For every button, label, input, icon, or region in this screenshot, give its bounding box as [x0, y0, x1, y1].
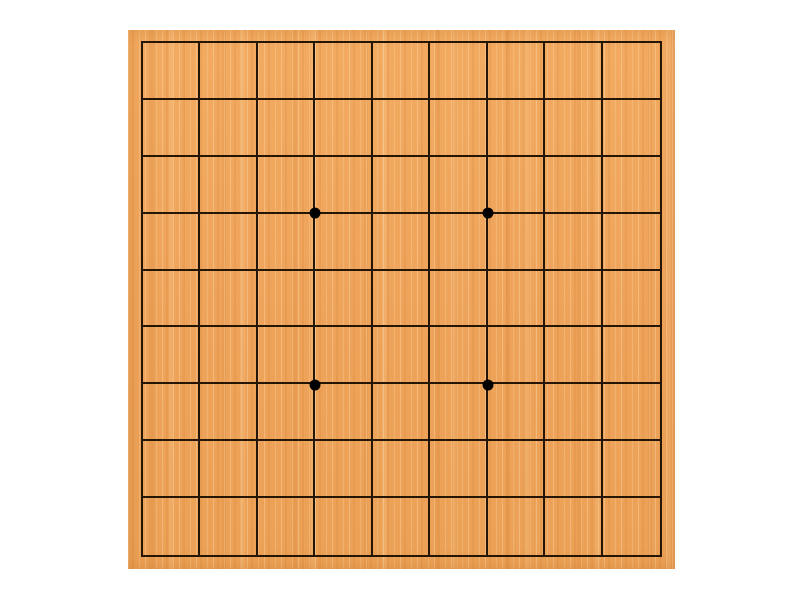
board-cell-r1c1[interactable]	[143, 43, 200, 100]
board-cell-r2c3[interactable]	[258, 100, 315, 157]
board-cell-r3c3[interactable]	[258, 157, 315, 214]
board-cell-r7c6[interactable]	[430, 384, 487, 441]
board-cell-r1c6[interactable]	[430, 43, 487, 100]
board-cell-r6c6[interactable]	[430, 327, 487, 384]
board-cell-r6c1[interactable]	[143, 327, 200, 384]
board-cell-r1c2[interactable]	[200, 43, 257, 100]
board-cell-r5c2[interactable]	[200, 271, 257, 328]
board-cell-r8c3[interactable]	[258, 441, 315, 498]
board-cell-r1c8[interactable]	[545, 43, 602, 100]
board-cell-r4c5[interactable]	[373, 214, 430, 271]
board-cell-r7c1[interactable]	[143, 384, 200, 441]
board-cell-r9c2[interactable]	[200, 498, 257, 555]
board-cell-r2c4[interactable]	[315, 100, 372, 157]
board-cell-r2c9[interactable]	[603, 100, 660, 157]
board-cell-r3c7[interactable]	[488, 157, 545, 214]
board-cell-r8c2[interactable]	[200, 441, 257, 498]
board-cell-r8c9[interactable]	[603, 441, 660, 498]
go-board	[128, 30, 675, 569]
board-cell-r1c7[interactable]	[488, 43, 545, 100]
board-cell-r3c1[interactable]	[143, 157, 200, 214]
board-cell-r7c8[interactable]	[545, 384, 602, 441]
board-cell-r6c7[interactable]	[488, 327, 545, 384]
board-cell-r7c4[interactable]	[315, 384, 372, 441]
board-cell-r1c5[interactable]	[373, 43, 430, 100]
board-cell-r4c3[interactable]	[258, 214, 315, 271]
board-cell-r5c7[interactable]	[488, 271, 545, 328]
board-cell-r2c7[interactable]	[488, 100, 545, 157]
board-cell-r4c6[interactable]	[430, 214, 487, 271]
board-cell-r4c1[interactable]	[143, 214, 200, 271]
board-cell-r7c3[interactable]	[258, 384, 315, 441]
board-cell-r6c3[interactable]	[258, 327, 315, 384]
board-cell-r4c8[interactable]	[545, 214, 602, 271]
board-cell-r8c6[interactable]	[430, 441, 487, 498]
board-cell-r9c1[interactable]	[143, 498, 200, 555]
board-cell-r2c2[interactable]	[200, 100, 257, 157]
board-cell-r3c8[interactable]	[545, 157, 602, 214]
board-cell-r8c8[interactable]	[545, 441, 602, 498]
board-cell-r5c4[interactable]	[315, 271, 372, 328]
board-cell-r5c3[interactable]	[258, 271, 315, 328]
board-cell-r1c9[interactable]	[603, 43, 660, 100]
board-cell-r2c8[interactable]	[545, 100, 602, 157]
board-cell-r6c9[interactable]	[603, 327, 660, 384]
board-grid	[141, 41, 662, 557]
board-cell-r9c7[interactable]	[488, 498, 545, 555]
board-cell-r9c6[interactable]	[430, 498, 487, 555]
board-cell-r3c4[interactable]	[315, 157, 372, 214]
board-cell-r5c9[interactable]	[603, 271, 660, 328]
board-cell-r9c4[interactable]	[315, 498, 372, 555]
board-cell-r3c6[interactable]	[430, 157, 487, 214]
board-cell-r7c2[interactable]	[200, 384, 257, 441]
board-cell-r5c6[interactable]	[430, 271, 487, 328]
board-cell-r1c3[interactable]	[258, 43, 315, 100]
board-cell-r2c5[interactable]	[373, 100, 430, 157]
board-cell-r5c5[interactable]	[373, 271, 430, 328]
board-cell-r6c4[interactable]	[315, 327, 372, 384]
board-cell-r7c7[interactable]	[488, 384, 545, 441]
board-cell-r3c2[interactable]	[200, 157, 257, 214]
board-cell-r4c2[interactable]	[200, 214, 257, 271]
board-cell-r4c9[interactable]	[603, 214, 660, 271]
board-cell-r6c5[interactable]	[373, 327, 430, 384]
board-cell-r8c1[interactable]	[143, 441, 200, 498]
board-cell-r3c5[interactable]	[373, 157, 430, 214]
board-cell-r2c6[interactable]	[430, 100, 487, 157]
board-cell-r4c7[interactable]	[488, 214, 545, 271]
board-cell-r8c5[interactable]	[373, 441, 430, 498]
board-cell-r2c1[interactable]	[143, 100, 200, 157]
board-cell-r7c9[interactable]	[603, 384, 660, 441]
board-cell-r9c9[interactable]	[603, 498, 660, 555]
board-cell-r7c5[interactable]	[373, 384, 430, 441]
board-cell-r9c3[interactable]	[258, 498, 315, 555]
board-cell-r8c7[interactable]	[488, 441, 545, 498]
board-cell-r5c1[interactable]	[143, 271, 200, 328]
board-cell-r1c4[interactable]	[315, 43, 372, 100]
board-cell-r4c4[interactable]	[315, 214, 372, 271]
board-cell-r6c8[interactable]	[545, 327, 602, 384]
board-cell-r9c8[interactable]	[545, 498, 602, 555]
screenshot-canvas	[0, 0, 800, 600]
board-cell-r5c8[interactable]	[545, 271, 602, 328]
board-cell-r6c2[interactable]	[200, 327, 257, 384]
board-cell-r3c9[interactable]	[603, 157, 660, 214]
board-cell-r9c5[interactable]	[373, 498, 430, 555]
board-cell-r8c4[interactable]	[315, 441, 372, 498]
